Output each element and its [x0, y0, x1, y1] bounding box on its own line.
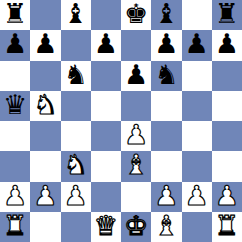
- square-g4[interactable]: [182, 121, 212, 151]
- square-d7[interactable]: ♟: [91, 30, 121, 60]
- chess-board: ♜♝♚♝♜♟♟♟♟♟♟♞♟♞♛♞♟♞♝♟♟♟♟♟♟♜♛♚♝♜: [0, 0, 242, 242]
- white-bishop-icon: ♝: [154, 211, 178, 241]
- white-pawn-icon: ♟: [33, 181, 57, 211]
- square-e3[interactable]: ♝: [121, 151, 151, 181]
- white-knight-icon: ♞: [64, 150, 88, 180]
- square-b3[interactable]: [30, 151, 60, 181]
- white-rook-icon: ♜: [215, 211, 239, 241]
- square-g1[interactable]: [182, 212, 212, 242]
- black-knight-icon: ♞: [154, 60, 178, 90]
- black-queen-icon: ♛: [3, 90, 27, 120]
- white-bishop-icon: ♝: [124, 150, 148, 180]
- square-h5[interactable]: [212, 91, 242, 121]
- square-a2[interactable]: ♟: [0, 182, 30, 212]
- square-b2[interactable]: ♟: [30, 182, 60, 212]
- white-pawn-icon: ♟: [215, 181, 239, 211]
- square-d1[interactable]: ♛: [91, 212, 121, 242]
- square-f6[interactable]: ♞: [151, 61, 181, 91]
- square-c1[interactable]: [61, 212, 91, 242]
- black-bishop-icon: ♝: [64, 0, 88, 29]
- square-f4[interactable]: [151, 121, 181, 151]
- square-d3[interactable]: [91, 151, 121, 181]
- square-e4[interactable]: ♟: [121, 121, 151, 151]
- square-e8[interactable]: ♚: [121, 0, 151, 30]
- black-pawn-icon: ♟: [33, 29, 57, 59]
- square-d6[interactable]: [91, 61, 121, 91]
- white-knight-icon: ♞: [33, 90, 57, 120]
- square-h4[interactable]: [212, 121, 242, 151]
- black-pawn-icon: ♟: [124, 60, 148, 90]
- square-a6[interactable]: [0, 61, 30, 91]
- square-a4[interactable]: [0, 121, 30, 151]
- black-pawn-icon: ♟: [154, 29, 178, 59]
- square-d2[interactable]: [91, 182, 121, 212]
- square-h6[interactable]: [212, 61, 242, 91]
- square-e1[interactable]: ♚: [121, 212, 151, 242]
- square-f8[interactable]: ♝: [151, 0, 181, 30]
- square-g6[interactable]: [182, 61, 212, 91]
- square-e2[interactable]: [121, 182, 151, 212]
- white-queen-icon: ♛: [94, 211, 118, 241]
- black-pawn-icon: ♟: [185, 29, 209, 59]
- black-bishop-icon: ♝: [154, 0, 178, 29]
- square-h2[interactable]: ♟: [212, 182, 242, 212]
- white-pawn-icon: ♟: [185, 181, 209, 211]
- white-pawn-icon: ♟: [124, 120, 148, 150]
- square-f5[interactable]: [151, 91, 181, 121]
- black-pawn-icon: ♟: [94, 29, 118, 59]
- square-c5[interactable]: [61, 91, 91, 121]
- square-e7[interactable]: [121, 30, 151, 60]
- white-pawn-icon: ♟: [64, 181, 88, 211]
- square-d4[interactable]: [91, 121, 121, 151]
- black-pawn-icon: ♟: [3, 29, 27, 59]
- square-g5[interactable]: [182, 91, 212, 121]
- square-a5[interactable]: ♛: [0, 91, 30, 121]
- square-g2[interactable]: ♟: [182, 182, 212, 212]
- square-h1[interactable]: ♜: [212, 212, 242, 242]
- square-c2[interactable]: ♟: [61, 182, 91, 212]
- square-c3[interactable]: ♞: [61, 151, 91, 181]
- square-b7[interactable]: ♟: [30, 30, 60, 60]
- black-rook-icon: ♜: [3, 0, 27, 29]
- square-a8[interactable]: ♜: [0, 0, 30, 30]
- square-c8[interactable]: ♝: [61, 0, 91, 30]
- square-h3[interactable]: [212, 151, 242, 181]
- square-d8[interactable]: [91, 0, 121, 30]
- square-e5[interactable]: [121, 91, 151, 121]
- square-c4[interactable]: [61, 121, 91, 151]
- white-pawn-icon: ♟: [154, 181, 178, 211]
- square-b4[interactable]: [30, 121, 60, 151]
- white-pawn-icon: ♟: [3, 181, 27, 211]
- square-b6[interactable]: [30, 61, 60, 91]
- square-a3[interactable]: [0, 151, 30, 181]
- square-g8[interactable]: [182, 0, 212, 30]
- square-f3[interactable]: [151, 151, 181, 181]
- black-king-icon: ♚: [124, 0, 148, 29]
- white-king-icon: ♚: [124, 211, 148, 241]
- square-f1[interactable]: ♝: [151, 212, 181, 242]
- square-a7[interactable]: ♟: [0, 30, 30, 60]
- black-pawn-icon: ♟: [215, 29, 239, 59]
- square-h8[interactable]: ♜: [212, 0, 242, 30]
- square-f2[interactable]: ♟: [151, 182, 181, 212]
- white-rook-icon: ♜: [3, 211, 27, 241]
- square-b1[interactable]: [30, 212, 60, 242]
- square-c6[interactable]: ♞: [61, 61, 91, 91]
- square-c7[interactable]: [61, 30, 91, 60]
- square-b8[interactable]: [30, 0, 60, 30]
- square-e6[interactable]: ♟: [121, 61, 151, 91]
- square-g7[interactable]: ♟: [182, 30, 212, 60]
- black-rook-icon: ♜: [215, 0, 239, 29]
- square-g3[interactable]: [182, 151, 212, 181]
- square-b5[interactable]: ♞: [30, 91, 60, 121]
- square-a1[interactable]: ♜: [0, 212, 30, 242]
- square-f7[interactable]: ♟: [151, 30, 181, 60]
- square-h7[interactable]: ♟: [212, 30, 242, 60]
- square-d5[interactable]: [91, 91, 121, 121]
- black-knight-icon: ♞: [64, 60, 88, 90]
